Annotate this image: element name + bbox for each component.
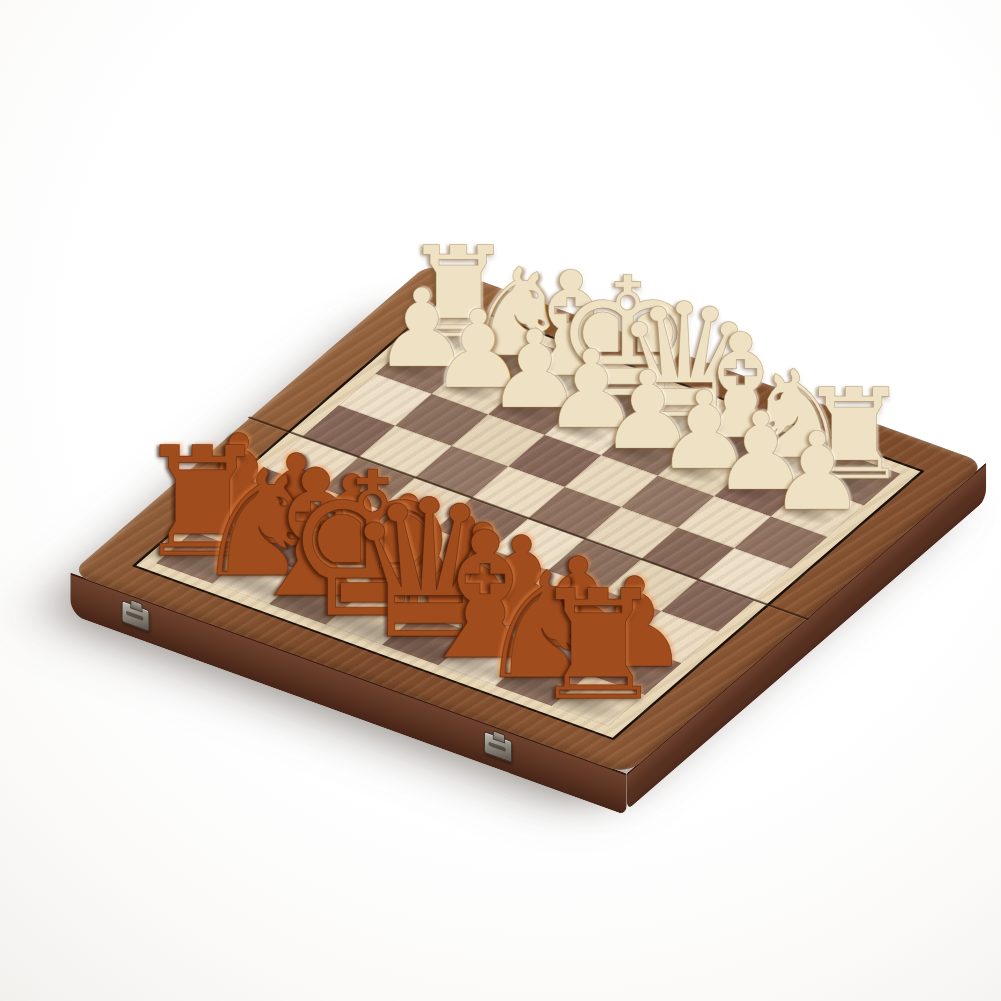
black-rook-2[interactable]: ♜ <box>530 570 666 721</box>
product-photo-scene: ♜♞♟♝♟♚♟♛♟♝♟♞♟♜♟♟♟♟♜♟♞♟♝♟♚♟♛♟♝♟♞♜ <box>0 0 1001 1001</box>
pieces-layer: ♜♞♟♝♟♚♟♛♟♝♟♞♟♜♟♟♟♟♜♟♞♟♝♟♚♟♛♟♝♟♞♜ <box>0 0 1001 1001</box>
metal-clasp-icon <box>122 600 150 632</box>
metal-clasp-icon <box>484 731 512 763</box>
white-pawn-8[interactable]: ♟ <box>769 418 866 526</box>
